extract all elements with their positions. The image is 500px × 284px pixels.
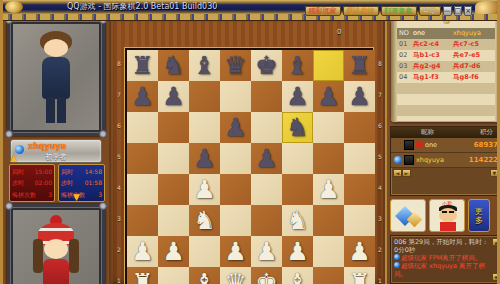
square-a3[interactable] bbox=[127, 205, 158, 236]
square-a1[interactable]: ♜ bbox=[127, 267, 158, 284]
chat-panel: 006 第29局，开始对局，耗时：0分0秒超级玩家 FPM离开了棋局。超级玩家 … bbox=[390, 235, 500, 284]
more-label-char: 更 bbox=[475, 207, 483, 216]
rank-label-5: 5 bbox=[375, 141, 385, 172]
pager-button-2[interactable]: ▼ bbox=[490, 169, 499, 177]
move-row-03: 03兵g2-g4兵d7-d6 bbox=[397, 61, 495, 72]
square-h5[interactable] bbox=[344, 143, 375, 174]
square-c6[interactable] bbox=[189, 112, 220, 143]
opponent-portrait-frame bbox=[7, 18, 105, 136]
white-pawn-a2[interactable]: ♟ bbox=[127, 236, 158, 268]
gem-icon bbox=[394, 254, 400, 260]
black-rook-a8[interactable]: ♜ bbox=[127, 50, 158, 82]
square-f8[interactable]: ♝ bbox=[282, 50, 313, 81]
capture-counter: 0 bbox=[337, 28, 341, 36]
black-pawn-a7[interactable]: ♟ bbox=[127, 81, 158, 113]
player-row-xhqyuya[interactable]: xhqyuya114222 bbox=[391, 153, 500, 168]
square-g2[interactable] bbox=[313, 236, 344, 267]
white-pawn-h2[interactable]: ♟ bbox=[344, 236, 375, 268]
black-rook-h8[interactable]: ♜ bbox=[344, 50, 375, 82]
square-f2[interactable]: ♟ bbox=[282, 236, 313, 267]
rank-label-2: 2 bbox=[114, 234, 124, 265]
move-row-empty bbox=[397, 116, 495, 127]
move-row-empty bbox=[397, 83, 495, 94]
square-h2[interactable]: ♟ bbox=[344, 236, 375, 267]
player-name: one bbox=[425, 141, 474, 149]
window-controls: —□× bbox=[442, 0, 474, 17]
move-list-header: NO one xhqyuya bbox=[397, 28, 495, 39]
square-d2[interactable]: ♟ bbox=[220, 236, 251, 267]
rank-label-4: 4 bbox=[375, 172, 385, 203]
pager-button-1[interactable]: ► bbox=[402, 169, 411, 177]
player-avatar bbox=[404, 155, 414, 165]
black-queen-d8[interactable]: ♛ bbox=[220, 50, 251, 82]
titlebar-button-3[interactable]: 帮助 bbox=[419, 6, 441, 16]
square-a8[interactable]: ♜ bbox=[127, 50, 158, 81]
player-name: xhqyuya bbox=[416, 156, 469, 164]
square-c1[interactable]: ♝ bbox=[189, 267, 220, 284]
square-d7[interactable] bbox=[220, 81, 251, 112]
square-d8[interactable]: ♛ bbox=[220, 50, 251, 81]
square-g7[interactable]: ♟ bbox=[313, 81, 344, 112]
black-pawn-h7[interactable]: ♟ bbox=[344, 81, 375, 113]
white-pawn-f2[interactable]: ♟ bbox=[282, 236, 313, 268]
move-rows: 01兵c2-c4兵c7-c502马b1-c3兵e7-e503兵g2-g4兵d7-… bbox=[397, 39, 495, 127]
white-knight-c3[interactable]: ♞ bbox=[189, 205, 220, 237]
move-row-empty bbox=[397, 105, 495, 116]
square-d5[interactable] bbox=[220, 143, 251, 174]
move-no-header: NO bbox=[397, 28, 413, 39]
square-b5[interactable] bbox=[158, 143, 189, 174]
score-column-header: 积分 bbox=[480, 127, 493, 138]
black-pawn-g7[interactable]: ♟ bbox=[313, 81, 344, 113]
square-a2[interactable]: ♟ bbox=[127, 236, 158, 267]
white-player-header: one bbox=[413, 28, 453, 39]
square-c8[interactable]: ♝ bbox=[189, 50, 220, 81]
black-pawn-f7[interactable]: ♟ bbox=[282, 81, 313, 113]
own-avatar bbox=[21, 215, 91, 284]
titlebar-buttons: 精彩玩家魔法表情打开复盘帮助 bbox=[304, 0, 442, 17]
rank-label-3: 3 bbox=[375, 203, 385, 234]
player-score: 114222 bbox=[469, 156, 498, 164]
square-b1[interactable] bbox=[158, 267, 189, 284]
white-rook-h1[interactable]: ♜ bbox=[344, 267, 375, 284]
rank-label-6: 6 bbox=[114, 110, 124, 141]
treasure-item-button[interactable] bbox=[390, 199, 426, 232]
plaque-player-rank: 初学者 bbox=[11, 152, 101, 162]
black-king-e8[interactable]: ♚ bbox=[251, 50, 282, 82]
item-shortcuts: 小新 更多 bbox=[390, 199, 500, 233]
more-items-button[interactable]: 更多 bbox=[468, 199, 490, 232]
pager-button-0[interactable]: ◄ bbox=[393, 169, 402, 177]
white-pawn-b2[interactable]: ♟ bbox=[158, 236, 189, 268]
chat-scroll-up-button[interactable]: ▲ bbox=[492, 238, 500, 246]
own-portrait-frame bbox=[7, 204, 105, 284]
game-window: QQ游戏 - 国际象棋2.0 Beta01 Build030 精彩玩家魔法表情打… bbox=[0, 0, 500, 284]
player-table: 昵称 积分 one68937xhqyuya114222 ◄►▼ bbox=[390, 126, 500, 196]
plaque-player-name: xhqyuya bbox=[28, 142, 66, 151]
square-c2[interactable] bbox=[189, 236, 220, 267]
title-bar: QQ游戏 - 国际象棋2.0 Beta01 Build030 精彩玩家魔法表情打… bbox=[3, 0, 500, 14]
player-plaque: xhqyuya 初学者 bbox=[10, 139, 102, 163]
name-column-header: 昵称 bbox=[421, 127, 434, 138]
rank-label-3: 3 bbox=[114, 203, 124, 234]
player-row-one[interactable]: one68937 bbox=[391, 138, 500, 153]
white-pawn-e2[interactable]: ♟ bbox=[251, 236, 282, 268]
square-e7[interactable] bbox=[251, 81, 282, 112]
chat-line-0: 006 第29局，开始对局，耗时：0分0秒 bbox=[394, 238, 491, 254]
rank-label-7: 7 bbox=[375, 79, 385, 110]
white-queen-d1[interactable]: ♛ bbox=[220, 267, 251, 284]
rank-label-8: 8 bbox=[114, 48, 124, 79]
chat-line-2: 超级玩家 xhqyuya 离开了棋局。 bbox=[394, 262, 491, 278]
rank-label-6: 6 bbox=[375, 110, 385, 141]
square-b7[interactable]: ♟ bbox=[158, 81, 189, 112]
square-f5[interactable] bbox=[282, 143, 313, 174]
player-avatar bbox=[404, 140, 414, 150]
chess-board[interactable]: ♜♞♝♛♚♝♜♟♟♟♟♟♟♞♟♟♟♟♞♞♟♟♟♟♟♟♜♝♛♚♝♜ bbox=[125, 48, 373, 284]
more-label-char: 多 bbox=[475, 216, 483, 225]
square-e8[interactable]: ♚ bbox=[251, 50, 282, 81]
square-h4[interactable] bbox=[344, 174, 375, 205]
square-e3[interactable] bbox=[251, 205, 282, 236]
white-bishop-c1[interactable]: ♝ bbox=[189, 267, 220, 284]
square-g3[interactable] bbox=[313, 205, 344, 236]
right-panel: NO one xhqyuya 01兵c2-c4兵c7-c502马b1-c3兵e7… bbox=[385, 14, 500, 284]
move-list-scroll: NO one xhqyuya 01兵c2-c4兵c7-c502马b1-c3兵e7… bbox=[391, 20, 500, 122]
square-d4[interactable] bbox=[220, 174, 251, 205]
black-bishop-c8[interactable]: ♝ bbox=[189, 50, 220, 82]
square-f6[interactable]: ♞ bbox=[282, 112, 313, 143]
square-d3[interactable] bbox=[220, 205, 251, 236]
rank-label-1: 1 bbox=[114, 265, 124, 284]
own-timer-panel: 局时14:58步时01:58悔棋次数3 bbox=[58, 164, 105, 202]
titlebar-button-0[interactable]: 精彩玩家 bbox=[305, 6, 341, 16]
player-table-footer: ◄►▼ bbox=[391, 168, 500, 178]
square-b2[interactable]: ♟ bbox=[158, 236, 189, 267]
rank-labels-right: 87654321 bbox=[375, 48, 385, 284]
black-bishop-f8[interactable]: ♝ bbox=[282, 50, 313, 82]
square-a4[interactable] bbox=[127, 174, 158, 205]
white-bishop-f1[interactable]: ♝ bbox=[282, 267, 313, 284]
rank-labels-left: 87654321 bbox=[114, 48, 124, 284]
square-c7[interactable] bbox=[189, 81, 220, 112]
square-f1[interactable]: ♝ bbox=[282, 267, 313, 284]
white-pawn-d2[interactable]: ♟ bbox=[220, 236, 251, 268]
square-d1[interactable]: ♛ bbox=[220, 267, 251, 284]
rank-label-8: 8 bbox=[375, 48, 385, 79]
square-e1[interactable]: ♚ bbox=[251, 267, 282, 284]
square-e6[interactable] bbox=[251, 112, 282, 143]
gem-icon bbox=[394, 262, 400, 268]
black-pawn-e5[interactable]: ♟ bbox=[251, 143, 282, 175]
timer-row: 局时14:58 bbox=[61, 168, 102, 175]
black-pawn-d6[interactable]: ♟ bbox=[220, 112, 251, 144]
titlebar-button-2[interactable]: 打开复盘 bbox=[381, 6, 417, 16]
chat-line-1: 超级玩家 FPM离开了棋局。 bbox=[394, 254, 491, 262]
player-score: 68937 bbox=[474, 141, 498, 149]
rank-label-5: 5 bbox=[114, 141, 124, 172]
square-a7[interactable]: ♟ bbox=[127, 81, 158, 112]
rank-label-4: 4 bbox=[114, 172, 124, 203]
titlebar-button-1[interactable]: 魔法表情 bbox=[343, 6, 379, 16]
rank-label-1: 1 bbox=[375, 265, 385, 284]
square-h3[interactable] bbox=[344, 205, 375, 236]
square-g5[interactable] bbox=[313, 143, 344, 174]
white-knight-f3[interactable]: ♞ bbox=[282, 205, 313, 237]
rank-label-2: 2 bbox=[375, 234, 385, 265]
square-b4[interactable] bbox=[158, 174, 189, 205]
square-e5[interactable]: ♟ bbox=[251, 143, 282, 174]
restore-button[interactable]: □ bbox=[454, 6, 463, 16]
square-c4[interactable]: ♟ bbox=[189, 174, 220, 205]
square-g4[interactable]: ♟ bbox=[313, 174, 344, 205]
chat-scroll-down-button[interactable]: ▼ bbox=[492, 273, 500, 281]
square-h1[interactable]: ♜ bbox=[344, 267, 375, 284]
square-e4[interactable] bbox=[251, 174, 282, 205]
square-e2[interactable]: ♟ bbox=[251, 236, 282, 267]
black-knight-b8[interactable]: ♞ bbox=[158, 50, 189, 82]
square-b3[interactable] bbox=[158, 205, 189, 236]
square-g6[interactable] bbox=[313, 112, 344, 143]
timer-row: 步时02:00 bbox=[12, 179, 52, 186]
square-h7[interactable]: ♟ bbox=[344, 81, 375, 112]
square-h8[interactable]: ♜ bbox=[344, 50, 375, 81]
timer-row: 局时15:00 bbox=[12, 168, 52, 175]
square-f4[interactable] bbox=[282, 174, 313, 205]
black-player-header: xhqyuya bbox=[453, 28, 493, 39]
gem-icon bbox=[394, 156, 402, 164]
white-rook-a1[interactable]: ♜ bbox=[127, 267, 158, 284]
white-pawn-g4[interactable]: ♟ bbox=[313, 174, 344, 206]
black-pawn-c5[interactable]: ♟ bbox=[189, 143, 220, 175]
timer-row: 步时01:58 bbox=[61, 179, 102, 186]
left-panel: xhqyuya 初学者 ▲ 局时15:00步时02:00悔棋次数3 局时14:5… bbox=[3, 16, 109, 284]
square-f7[interactable]: ♟ bbox=[282, 81, 313, 112]
square-h6[interactable] bbox=[344, 112, 375, 143]
minimize-button[interactable]: — bbox=[443, 6, 452, 16]
timer-row: 悔棋次数3 bbox=[61, 191, 102, 198]
square-b6[interactable] bbox=[158, 112, 189, 143]
square-a5[interactable] bbox=[127, 143, 158, 174]
square-b8[interactable]: ♞ bbox=[158, 50, 189, 81]
white-pawn-c4[interactable]: ♟ bbox=[189, 174, 220, 206]
opponent-avatar bbox=[29, 31, 83, 127]
square-g8[interactable] bbox=[313, 50, 344, 81]
move-row-04: 04马g1-f3马g8-f6 bbox=[397, 72, 495, 83]
qq-emblem-icon bbox=[5, 1, 23, 13]
player-table-header: 昵称 积分 bbox=[391, 127, 500, 138]
square-a6[interactable] bbox=[127, 112, 158, 143]
black-knight-f6[interactable]: ♞ bbox=[282, 112, 313, 144]
close-button[interactable]: × bbox=[464, 6, 472, 16]
turn-arrow-up-icon: ▲ bbox=[10, 153, 17, 163]
opponent-timer-panel: 局时15:00步时02:00悔棋次数3 bbox=[9, 164, 55, 202]
square-c3[interactable]: ♞ bbox=[189, 205, 220, 236]
square-d6[interactable]: ♟ bbox=[220, 112, 251, 143]
dragon-ornament-icon bbox=[475, 1, 500, 14]
black-pawn-b7[interactable]: ♟ bbox=[158, 81, 189, 113]
shin-chan-emote-button[interactable]: 小新 bbox=[429, 199, 465, 232]
move-row-01: 01兵c2-c4兵c7-c5 bbox=[397, 39, 495, 50]
move-row-02: 02马b1-c3兵e7-e5 bbox=[397, 50, 495, 61]
white-king-e1[interactable]: ♚ bbox=[251, 267, 282, 284]
turn-arrow-down-icon: ▼ bbox=[73, 192, 80, 202]
rank-label-7: 7 bbox=[114, 79, 124, 110]
board-frame: 0 87654321 ♜♞♝♛♚♝♜♟♟♟♟♟♟♞♟♟♟♟♞♞♟♟♟♟♟♟♜♝♛… bbox=[109, 14, 385, 284]
move-row-empty bbox=[397, 94, 495, 105]
vip-badge-icon bbox=[416, 142, 423, 148]
square-g1[interactable] bbox=[313, 267, 344, 284]
timer-row: 悔棋次数3 bbox=[12, 191, 52, 198]
window-title: QQ游戏 - 国际象棋2.0 Beta01 Build030 bbox=[67, 0, 217, 14]
square-c5[interactable]: ♟ bbox=[189, 143, 220, 174]
square-f3[interactable]: ♞ bbox=[282, 205, 313, 236]
